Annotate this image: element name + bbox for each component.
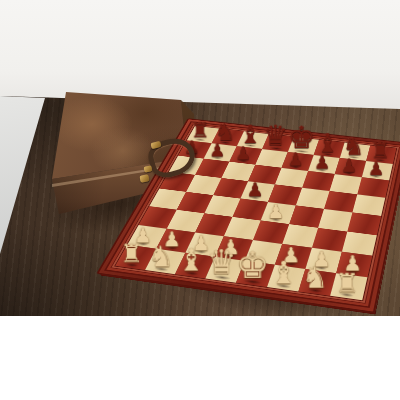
product-photo-canvas: ♜♞♝♛♚♝♞♜♟♟♟♟♟♟♟♟♟♟♟♟♟♟♟♟♜♞♝♛♚♝♞♜ bbox=[0, 0, 400, 400]
photo-area: ♜♞♝♛♚♝♞♜♟♟♟♟♟♟♟♟♟♟♟♟♟♟♟♟♜♞♝♛♚♝♞♜ bbox=[0, 0, 400, 316]
piece-red-pawn-d5: ♟ bbox=[233, 180, 277, 199]
square-e4: ♟ bbox=[261, 202, 296, 224]
square-g5 bbox=[324, 191, 357, 212]
piece-white-rook-h1: ♜ bbox=[321, 270, 371, 296]
square-h1: ♜ bbox=[330, 273, 367, 300]
piece-white-pawn-e4: ♟ bbox=[253, 202, 298, 222]
square-h5 bbox=[352, 194, 385, 216]
square-h6 bbox=[357, 177, 389, 198]
square-c7: ♟ bbox=[229, 146, 262, 165]
piece-red-pawn-c7: ♟ bbox=[222, 144, 263, 162]
square-h7: ♟ bbox=[362, 161, 393, 180]
piece-red-pawn-h7: ♟ bbox=[354, 159, 396, 177]
